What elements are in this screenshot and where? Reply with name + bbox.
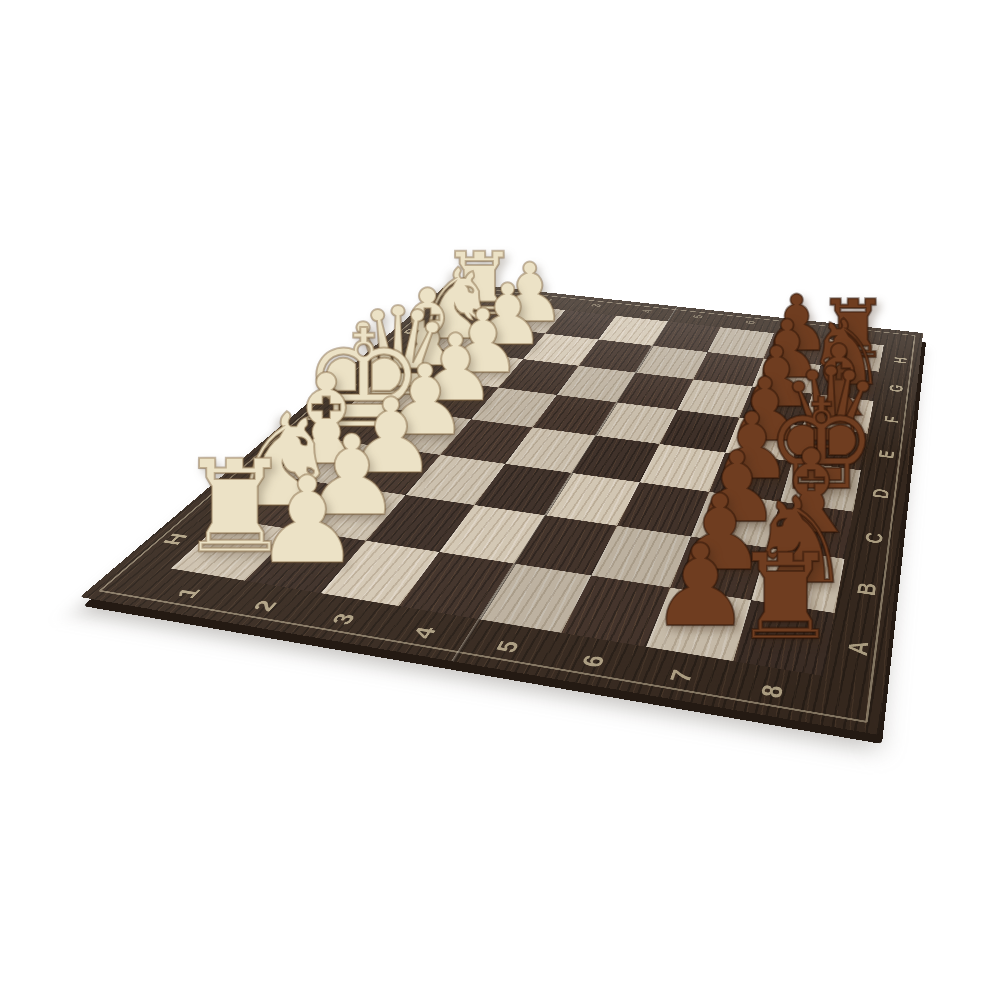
- piece-white-pawn-h2[interactable]: ♟: [253, 467, 361, 575]
- piece-black-rook-h8[interactable]: ♜: [732, 544, 838, 651]
- pieces-layer: ♜♟♞♟♟♜♝♟♟♞♛♟♟♝♚♟♟♛♝♟♟♚♞♟♟♝♜♟♟♞♟♜: [0, 0, 1000, 1000]
- photo-stage: HGFEDCBAABCDEFGH1234567812345678 ♜♟♞♟♟♜♝…: [0, 0, 1000, 1000]
